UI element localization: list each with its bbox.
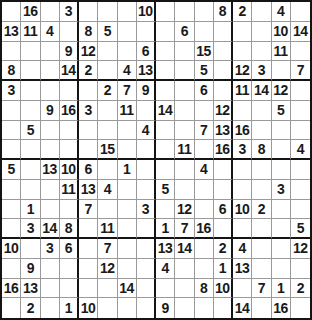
cell-r5c15[interactable]: 12 (272, 81, 291, 101)
cell-r8c16[interactable]: 4 (291, 140, 310, 160)
cell-r2c4[interactable] (60, 22, 79, 42)
cell-r7c16[interactable] (291, 121, 310, 141)
cell-r9c4[interactable]: 10 (60, 160, 79, 180)
given-digit: 11 (23, 24, 37, 38)
cell-r14c15[interactable] (272, 259, 291, 279)
cell-r14c2[interactable]: 9 (21, 259, 40, 279)
cell-r15c10[interactable] (175, 279, 194, 299)
cell-r11c8[interactable]: 3 (137, 200, 156, 220)
cell-r7c11[interactable]: 7 (195, 121, 214, 141)
cell-r11c3[interactable] (41, 200, 60, 220)
cell-r13c5[interactable] (79, 239, 98, 259)
cell-r16c1[interactable] (2, 298, 21, 318)
cell-r10c11[interactable] (195, 180, 214, 200)
cell-r16c8[interactable] (137, 298, 156, 318)
cell-r16c15[interactable]: 16 (272, 298, 291, 318)
cell-r13c7[interactable] (118, 239, 137, 259)
cell-r12c1[interactable] (2, 219, 21, 239)
cell-r14c1[interactable] (2, 259, 21, 279)
cell-r2c11[interactable] (195, 22, 214, 42)
cell-r13c4[interactable]: 6 (60, 239, 79, 259)
cell-r13c15[interactable] (272, 239, 291, 259)
cell-r14c12[interactable]: 1 (214, 259, 233, 279)
cell-r15c3[interactable] (41, 279, 60, 299)
cell-r15c15[interactable]: 1 (272, 279, 291, 299)
cell-r10c10[interactable] (175, 180, 194, 200)
cell-r7c8[interactable]: 4 (137, 121, 156, 141)
cell-r3c15[interactable]: 11 (272, 42, 291, 62)
cell-r2c16[interactable]: 14 (291, 22, 310, 42)
cell-r4c7[interactable]: 4 (118, 61, 137, 81)
cell-r15c12[interactable]: 10 (214, 279, 233, 299)
cell-r6c15[interactable]: 5 (272, 101, 291, 121)
cell-r3c9[interactable] (156, 42, 175, 62)
given-digit: 13 (215, 123, 230, 137)
cell-r4c1[interactable]: 8 (2, 61, 21, 81)
cell-r16c13[interactable]: 14 (233, 298, 252, 318)
cell-r9c5[interactable]: 6 (79, 160, 98, 180)
cell-r10c7[interactable] (118, 180, 137, 200)
given-digit: 6 (219, 202, 227, 216)
cell-r3c6[interactable] (98, 42, 117, 62)
cell-r14c4[interactable] (60, 259, 79, 279)
cell-r6c6[interactable] (98, 101, 117, 121)
cell-r12c8[interactable] (137, 219, 156, 239)
cell-r1c13[interactable]: 2 (233, 2, 252, 22)
cell-r15c6[interactable] (98, 279, 117, 299)
given-digit: 8 (7, 63, 15, 77)
cell-r9c13[interactable] (233, 160, 252, 180)
cell-r16c14[interactable] (252, 298, 271, 318)
given-digit: 3 (65, 4, 73, 18)
cell-r9c14[interactable] (252, 160, 271, 180)
cell-r12c7[interactable] (118, 219, 137, 239)
cell-r16c7[interactable] (118, 298, 137, 318)
cell-r13c12[interactable]: 2 (214, 239, 233, 259)
given-digit: 2 (238, 4, 246, 18)
given-digit: 10 (138, 4, 153, 18)
cell-r4c10[interactable] (175, 61, 194, 81)
cell-r11c15[interactable] (272, 200, 291, 220)
cell-r11c11[interactable] (195, 200, 214, 220)
given-digit: 13 (23, 281, 38, 295)
cell-r7c4[interactable] (60, 121, 79, 141)
cell-r12c10[interactable]: 7 (175, 219, 194, 239)
cell-r16c10[interactable] (175, 298, 194, 318)
cell-r12c12[interactable] (214, 219, 233, 239)
cell-r2c13[interactable] (233, 22, 252, 42)
given-digit: 11 (177, 142, 191, 156)
cell-r7c14[interactable] (252, 121, 271, 141)
cell-r6c12[interactable]: 12 (214, 101, 233, 121)
cell-r11c16[interactable] (291, 200, 310, 220)
cell-r13c3[interactable]: 3 (41, 239, 60, 259)
cell-r8c5[interactable] (79, 140, 98, 160)
cell-r10c4[interactable]: 11 (60, 180, 79, 200)
cell-r10c3[interactable] (41, 180, 60, 200)
cell-r6c10[interactable] (175, 101, 194, 121)
cell-r16c3[interactable] (41, 298, 60, 318)
cell-r12c11[interactable]: 16 (195, 219, 214, 239)
given-digit: 3 (7, 83, 15, 97)
cell-r8c4[interactable] (60, 140, 79, 160)
cell-r13c16[interactable]: 12 (291, 239, 310, 259)
cell-r7c10[interactable] (175, 121, 194, 141)
cell-r3c13[interactable] (233, 42, 252, 62)
cell-r4c3[interactable] (41, 61, 60, 81)
cell-r1c12[interactable]: 8 (214, 2, 233, 22)
cell-r9c9[interactable] (156, 160, 175, 180)
given-digit: 9 (46, 103, 54, 117)
cell-r9c11[interactable]: 4 (195, 160, 214, 180)
cell-r6c4[interactable]: 16 (60, 101, 79, 121)
cell-r8c12[interactable]: 16 (214, 140, 233, 160)
given-digit: 14 (42, 221, 57, 235)
cell-r1c16[interactable] (291, 2, 310, 22)
given-digit: 11 (120, 103, 134, 117)
cell-r8c9[interactable] (156, 140, 175, 160)
given-digit: 12 (215, 103, 230, 117)
cell-r12c2[interactable]: 3 (21, 219, 40, 239)
cell-r5c4[interactable] (60, 81, 79, 101)
cell-r15c16[interactable]: 2 (291, 279, 310, 299)
cell-r9c2[interactable] (21, 160, 40, 180)
cell-r4c12[interactable] (214, 61, 233, 81)
cell-r7c3[interactable] (41, 121, 60, 141)
cell-r6c7[interactable]: 11 (118, 101, 137, 121)
cell-r2c7[interactable] (118, 22, 137, 42)
cell-r2c14[interactable] (252, 22, 271, 42)
cell-r13c1[interactable]: 10 (2, 239, 21, 259)
given-digit: 10 (4, 241, 19, 255)
cell-r16c12[interactable] (214, 298, 233, 318)
cell-r6c16[interactable] (291, 101, 310, 121)
given-digit: 1 (277, 281, 285, 295)
given-digit: 5 (27, 123, 35, 137)
cell-r14c6[interactable]: 12 (98, 259, 117, 279)
given-digit: 4 (200, 162, 208, 176)
cell-r2c6[interactable]: 5 (98, 22, 117, 42)
given-digit: 10 (81, 301, 96, 315)
cell-r9c6[interactable] (98, 160, 117, 180)
cell-r6c9[interactable]: 14 (156, 101, 175, 121)
cell-r1c11[interactable] (195, 2, 214, 22)
cell-r16c2[interactable]: 2 (21, 298, 40, 318)
cell-r3c8[interactable]: 6 (137, 42, 156, 62)
cell-r6c3[interactable]: 9 (41, 101, 60, 121)
cell-r1c14[interactable] (252, 2, 271, 22)
cell-r8c13[interactable]: 3 (233, 140, 252, 160)
given-digit: 16 (215, 142, 230, 156)
cell-r15c1[interactable]: 16 (2, 279, 21, 299)
cell-r14c10[interactable] (175, 259, 194, 279)
given-digit: 13 (235, 261, 250, 275)
given-digit: 11 (61, 182, 75, 196)
cell-r10c1[interactable] (2, 180, 21, 200)
cell-r10c13[interactable] (233, 180, 252, 200)
cell-r1c4[interactable]: 3 (60, 2, 79, 22)
cell-r12c14[interactable] (252, 219, 271, 239)
cell-r4c11[interactable]: 5 (195, 61, 214, 81)
cell-r8c2[interactable] (21, 140, 40, 160)
cell-r16c4[interactable]: 1 (60, 298, 79, 318)
given-digit: 5 (200, 63, 208, 77)
cell-r4c2[interactable] (21, 61, 40, 81)
cell-r7c9[interactable] (156, 121, 175, 141)
given-digit: 5 (104, 24, 112, 38)
cell-r5c9[interactable] (156, 81, 175, 101)
cell-r4c5[interactable]: 2 (79, 61, 98, 81)
cell-r10c2[interactable] (21, 180, 40, 200)
cell-r7c13[interactable]: 16 (233, 121, 252, 141)
cell-r12c4[interactable]: 8 (60, 219, 79, 239)
cell-r10c16[interactable] (291, 180, 310, 200)
cell-r3c4[interactable]: 9 (60, 42, 79, 62)
cell-r13c2[interactable] (21, 239, 40, 259)
given-digit: 16 (4, 281, 19, 295)
cell-r12c6[interactable]: 11 (98, 219, 117, 239)
cell-r8c11[interactable] (195, 140, 214, 160)
cell-r6c5[interactable]: 3 (79, 101, 98, 121)
cell-r10c5[interactable]: 13 (79, 180, 98, 200)
cell-r11c10[interactable]: 12 (175, 200, 194, 220)
cell-r3c7[interactable] (118, 42, 137, 62)
cell-r12c13[interactable] (233, 219, 252, 239)
cell-r15c11[interactable]: 8 (195, 279, 214, 299)
cell-r12c16[interactable]: 5 (291, 219, 310, 239)
cell-r11c9[interactable] (156, 200, 175, 220)
cell-r4c16[interactable]: 7 (291, 61, 310, 81)
cell-r15c5[interactable] (79, 279, 98, 299)
cell-r5c13[interactable]: 11 (233, 81, 252, 101)
sudoku-board: 1631082413114856101491261511814241351237… (0, 0, 312, 320)
cell-r5c10[interactable] (175, 81, 194, 101)
given-digit: 8 (219, 4, 227, 18)
cell-r11c4[interactable] (60, 200, 79, 220)
cell-r16c16[interactable] (291, 298, 310, 318)
cell-r1c6[interactable] (98, 2, 117, 22)
given-digit: 16 (273, 301, 288, 315)
cell-r4c13[interactable]: 12 (233, 61, 252, 81)
cell-r8c3[interactable] (41, 140, 60, 160)
cell-r11c2[interactable]: 1 (21, 200, 40, 220)
cell-r15c2[interactable]: 13 (21, 279, 40, 299)
given-digit: 4 (277, 4, 285, 18)
given-digit: 5 (277, 103, 285, 117)
cell-r7c7[interactable] (118, 121, 137, 141)
given-digit: 5 (7, 162, 15, 176)
cell-r8c7[interactable] (118, 140, 137, 160)
cell-r7c2[interactable]: 5 (21, 121, 40, 141)
cell-r14c13[interactable]: 13 (233, 259, 252, 279)
cell-r5c2[interactable] (21, 81, 40, 101)
cell-r2c15[interactable]: 10 (272, 22, 291, 42)
cell-r9c8[interactable] (137, 160, 156, 180)
cell-r3c2[interactable] (21, 42, 40, 62)
cell-r14c16[interactable] (291, 259, 310, 279)
cell-r3c5[interactable]: 12 (79, 42, 98, 62)
given-digit: 3 (27, 221, 35, 235)
cell-r13c9[interactable]: 13 (156, 239, 175, 259)
cell-r8c1[interactable] (2, 140, 21, 160)
cell-r1c5[interactable] (79, 2, 98, 22)
cell-r8c6[interactable]: 15 (98, 140, 117, 160)
cell-r10c12[interactable] (214, 180, 233, 200)
cell-r15c8[interactable] (137, 279, 156, 299)
cell-r5c5[interactable] (79, 81, 98, 101)
cell-r2c9[interactable] (156, 22, 175, 42)
cell-r14c11[interactable] (195, 259, 214, 279)
cell-r10c6[interactable]: 4 (98, 180, 117, 200)
cell-r11c6[interactable] (98, 200, 117, 220)
cell-r6c8[interactable] (137, 101, 156, 121)
cell-r11c14[interactable]: 2 (252, 200, 271, 220)
cell-r14c8[interactable] (137, 259, 156, 279)
cell-r4c4[interactable]: 14 (60, 61, 79, 81)
cell-r10c8[interactable] (137, 180, 156, 200)
cell-r2c1[interactable]: 13 (2, 22, 21, 42)
cell-r14c7[interactable] (118, 259, 137, 279)
cell-r9c16[interactable] (291, 160, 310, 180)
cell-r5c8[interactable]: 9 (137, 81, 156, 101)
cell-r1c7[interactable] (118, 2, 137, 22)
given-digit: 7 (297, 63, 305, 77)
cell-r16c11[interactable] (195, 298, 214, 318)
cell-r1c2[interactable]: 16 (21, 2, 40, 22)
cell-r6c2[interactable] (21, 101, 40, 121)
given-digit: 4 (104, 182, 112, 196)
cell-r9c10[interactable] (175, 160, 194, 180)
cell-r5c12[interactable] (214, 81, 233, 101)
cell-r5c7[interactable]: 7 (118, 81, 137, 101)
cell-r3c1[interactable] (2, 42, 21, 62)
cell-r13c14[interactable] (252, 239, 271, 259)
cell-r7c1[interactable] (2, 121, 21, 141)
given-digit: 7 (200, 123, 208, 137)
given-digit: 12 (81, 44, 96, 58)
cell-r5c1[interactable]: 3 (2, 81, 21, 101)
given-digit: 4 (297, 142, 305, 156)
cell-r5c3[interactable] (41, 81, 60, 101)
cell-r2c5[interactable]: 8 (79, 22, 98, 42)
cell-r1c1[interactable] (2, 2, 21, 22)
cell-r5c11[interactable]: 6 (195, 81, 214, 101)
cell-r9c7[interactable]: 1 (118, 160, 137, 180)
given-digit: 7 (258, 281, 266, 295)
cell-r4c8[interactable]: 13 (137, 61, 156, 81)
cell-r9c12[interactable] (214, 160, 233, 180)
given-digit: 13 (42, 162, 57, 176)
cell-r9c15[interactable] (272, 160, 291, 180)
cell-r10c9[interactable]: 5 (156, 180, 175, 200)
cell-r4c14[interactable]: 3 (252, 61, 271, 81)
cell-r7c12[interactable]: 13 (214, 121, 233, 141)
cell-r13c10[interactable]: 14 (175, 239, 194, 259)
cell-r8c8[interactable] (137, 140, 156, 160)
cell-r2c2[interactable]: 11 (21, 22, 40, 42)
cell-r2c12[interactable] (214, 22, 233, 42)
cell-r6c11[interactable] (195, 101, 214, 121)
given-digit: 3 (46, 241, 54, 255)
cell-r15c7[interactable]: 14 (118, 279, 137, 299)
cell-r11c7[interactable] (118, 200, 137, 220)
cell-r16c6[interactable] (98, 298, 117, 318)
cell-r1c10[interactable] (175, 2, 194, 22)
cell-r7c6[interactable] (98, 121, 117, 141)
cell-r12c3[interactable]: 14 (41, 219, 60, 239)
cell-r8c10[interactable]: 11 (175, 140, 194, 160)
cell-r11c5[interactable]: 7 (79, 200, 98, 220)
given-digit: 14 (158, 103, 173, 117)
cell-r1c15[interactable]: 4 (272, 2, 291, 22)
cell-r11c1[interactable] (2, 200, 21, 220)
cell-r3c10[interactable] (175, 42, 194, 62)
cell-r12c5[interactable] (79, 219, 98, 239)
cell-r15c4[interactable] (60, 279, 79, 299)
cell-r1c3[interactable] (41, 2, 60, 22)
cell-r3c12[interactable] (214, 42, 233, 62)
cell-r11c13[interactable]: 10 (233, 200, 252, 220)
given-digit: 1 (123, 162, 131, 176)
cell-r4c9[interactable] (156, 61, 175, 81)
cell-r6c14[interactable] (252, 101, 271, 121)
cell-r3c16[interactable] (291, 42, 310, 62)
cell-r12c15[interactable] (272, 219, 291, 239)
cell-r1c9[interactable] (156, 2, 175, 22)
cell-r9c3[interactable]: 13 (41, 160, 60, 180)
cell-r7c15[interactable] (272, 121, 291, 141)
cell-r14c9[interactable]: 4 (156, 259, 175, 279)
cell-r5c16[interactable] (291, 81, 310, 101)
cell-r8c15[interactable] (272, 140, 291, 160)
cell-r3c3[interactable] (41, 42, 60, 62)
cell-r13c11[interactable] (195, 239, 214, 259)
cell-r2c3[interactable]: 4 (41, 22, 60, 42)
cell-r12c9[interactable]: 1 (156, 219, 175, 239)
cell-r13c6[interactable]: 7 (98, 239, 117, 259)
cell-r16c9[interactable]: 9 (156, 298, 175, 318)
cell-r14c5[interactable] (79, 259, 98, 279)
cell-r2c8[interactable] (137, 22, 156, 42)
cell-r14c14[interactable] (252, 259, 271, 279)
cell-r3c11[interactable]: 15 (195, 42, 214, 62)
given-digit: 16 (235, 123, 250, 137)
cell-r4c15[interactable] (272, 61, 291, 81)
cell-r10c15[interactable]: 3 (272, 180, 291, 200)
cell-r15c13[interactable] (233, 279, 252, 299)
cell-r7c5[interactable] (79, 121, 98, 141)
cell-r8c14[interactable]: 8 (252, 140, 271, 160)
cell-r1c8[interactable]: 10 (137, 2, 156, 22)
cell-r11c12[interactable]: 6 (214, 200, 233, 220)
cell-r6c13[interactable] (233, 101, 252, 121)
cell-r16c5[interactable]: 10 (79, 298, 98, 318)
cell-r5c14[interactable]: 14 (252, 81, 271, 101)
cell-r14c3[interactable] (41, 259, 60, 279)
cell-r4c6[interactable] (98, 61, 117, 81)
cell-r15c14[interactable]: 7 (252, 279, 271, 299)
cell-r9c1[interactable]: 5 (2, 160, 21, 180)
cell-r6c1[interactable] (2, 101, 21, 121)
cell-r2c10[interactable]: 6 (175, 22, 194, 42)
cell-r3c14[interactable] (252, 42, 271, 62)
cell-r5c6[interactable]: 2 (98, 81, 117, 101)
cell-r15c9[interactable] (156, 279, 175, 299)
cell-r13c8[interactable] (137, 239, 156, 259)
given-digit: 12 (177, 202, 192, 216)
cell-r10c14[interactable] (252, 180, 271, 200)
cell-r13c13[interactable]: 4 (233, 239, 252, 259)
